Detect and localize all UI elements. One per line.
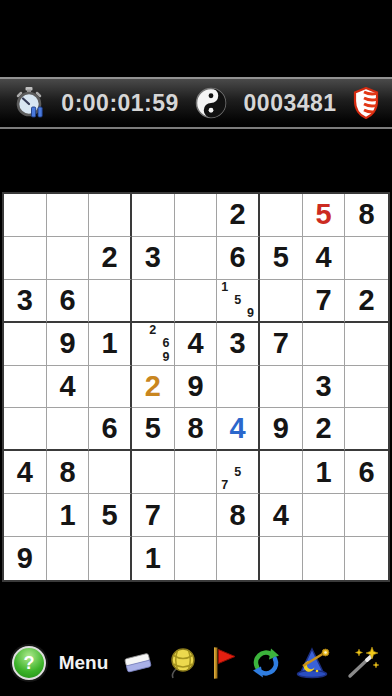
cell-r8c7[interactable]: 4 (260, 494, 303, 537)
cell-r8c4[interactable]: 7 (132, 494, 175, 537)
cell-r2c5[interactable] (175, 237, 218, 280)
cell-r7c5[interactable] (175, 451, 218, 494)
cell-r3c4[interactable] (132, 280, 175, 323)
cell-value: 6 (59, 286, 75, 315)
cell-r4c9[interactable] (345, 323, 388, 366)
cell-r1c1[interactable] (4, 194, 47, 237)
cell-r6c3[interactable]: 6 (89, 408, 132, 451)
cell-value: 2 (359, 286, 375, 315)
cell-r1c6[interactable]: 2 (217, 194, 260, 237)
cell-r9c9[interactable] (345, 537, 388, 580)
cell-r7c7[interactable] (260, 451, 303, 494)
cell-value: 4 (273, 501, 289, 530)
yin-yang-icon (195, 87, 227, 119)
cell-r4c2[interactable]: 9 (47, 323, 90, 366)
cell-r1c5[interactable] (175, 194, 218, 237)
cell-r8c8[interactable] (303, 494, 346, 537)
cell-value: 7 (145, 501, 161, 530)
cell-r8c6[interactable]: 8 (217, 494, 260, 537)
cell-r3c2[interactable]: 6 (47, 280, 90, 323)
cell-value: 1 (145, 544, 161, 573)
cell-value: 5 (145, 414, 161, 443)
cell-value: 9 (59, 329, 75, 358)
cell-r5c3[interactable] (89, 366, 132, 409)
help-button[interactable]: ? (12, 646, 46, 680)
cell-r2c7[interactable]: 5 (260, 237, 303, 280)
cell-value: 2 (102, 243, 118, 272)
cell-r1c9[interactable]: 8 (345, 194, 388, 237)
cell-value: 9 (17, 544, 33, 573)
cell-value: 3 (17, 286, 33, 315)
cell-value: 4 (17, 458, 33, 487)
flag-icon[interactable] (210, 645, 236, 681)
app-root: 0:00:01:59 0003481 (0, 0, 392, 696)
cell-r3c8[interactable]: 7 (303, 280, 346, 323)
cell-r1c7[interactable] (260, 194, 303, 237)
cell-r9c6[interactable] (217, 537, 260, 580)
cell-r6c1[interactable] (4, 408, 47, 451)
top-toolbar: 0:00:01:59 0003481 (0, 77, 392, 129)
cell-value: 3 (145, 243, 161, 272)
cell-r7c6[interactable]: 57 (217, 451, 260, 494)
pencil-marks: 269 (133, 324, 173, 364)
magic-wand-icon[interactable] (344, 646, 380, 680)
cell-r9c2[interactable] (47, 537, 90, 580)
cell-r4c4[interactable]: 269 (132, 323, 175, 366)
wizard-hat-icon[interactable] (295, 646, 331, 680)
cell-r6c6[interactable]: 4 (217, 408, 260, 451)
cell-r8c3[interactable]: 5 (89, 494, 132, 537)
cell-r8c1[interactable] (4, 494, 47, 537)
timer-value: 0:00:01:59 (61, 90, 179, 117)
cell-r2c1[interactable] (4, 237, 47, 280)
cell-r8c2[interactable]: 1 (47, 494, 90, 537)
eraser-icon[interactable] (121, 648, 155, 678)
cell-r9c7[interactable] (260, 537, 303, 580)
cell-value: 6 (102, 414, 118, 443)
stopwatch-pause-icon[interactable] (13, 86, 45, 120)
cell-r5c2[interactable]: 4 (47, 366, 90, 409)
cell-r3c6[interactable]: 159 (217, 280, 260, 323)
cell-r7c3[interactable] (89, 451, 132, 494)
cell-r2c3[interactable]: 2 (89, 237, 132, 280)
cell-r3c7[interactable] (260, 280, 303, 323)
cell-r5c6[interactable] (217, 366, 260, 409)
cell-r3c5[interactable] (175, 280, 218, 323)
cell-value: 4 (230, 414, 246, 443)
cell-r2c9[interactable] (345, 237, 388, 280)
cell-r9c3[interactable] (89, 537, 132, 580)
menu-button[interactable]: Menu (59, 652, 109, 674)
cell-r4c1[interactable] (4, 323, 47, 366)
help-button-label: ? (24, 653, 35, 674)
cell-r5c8[interactable]: 3 (303, 366, 346, 409)
cell-value: 4 (59, 372, 75, 401)
cell-value: 6 (230, 243, 246, 272)
cell-r4c8[interactable] (303, 323, 346, 366)
cell-r5c1[interactable] (4, 366, 47, 409)
cell-value: 4 (187, 329, 203, 358)
pencil-marks: 159 (218, 281, 257, 320)
cell-r1c4[interactable] (132, 194, 175, 237)
cell-value: 1 (102, 329, 118, 358)
score-value: 0003481 (244, 90, 337, 117)
cell-r9c4[interactable]: 1 (132, 537, 175, 580)
yarn-ball-icon[interactable] (167, 647, 197, 679)
cell-value: 5 (102, 501, 118, 530)
cell-r6c5[interactable]: 8 (175, 408, 218, 451)
cell-value: 8 (187, 414, 203, 443)
cell-r3c1[interactable]: 3 (4, 280, 47, 323)
cell-r6c8[interactable]: 2 (303, 408, 346, 451)
cell-value: 9 (187, 372, 203, 401)
cell-value: 1 (59, 501, 75, 530)
cell-r4c3[interactable]: 1 (89, 323, 132, 366)
cell-r5c7[interactable] (260, 366, 303, 409)
cell-r9c5[interactable] (175, 537, 218, 580)
cell-r3c3[interactable] (89, 280, 132, 323)
cell-r7c1[interactable]: 4 (4, 451, 47, 494)
cell-r2c6[interactable]: 6 (217, 237, 260, 280)
cell-r6c4[interactable]: 5 (132, 408, 175, 451)
cell-value: 7 (315, 286, 331, 315)
cell-r6c9[interactable] (345, 408, 388, 451)
cell-r4c5[interactable]: 4 (175, 323, 218, 366)
cell-r9c1[interactable]: 9 (4, 537, 47, 580)
cell-r7c9[interactable]: 6 (345, 451, 388, 494)
cell-r6c7[interactable]: 9 (260, 408, 303, 451)
pencil-marks: 57 (218, 452, 257, 492)
cell-r8c5[interactable] (175, 494, 218, 537)
cell-r4c6[interactable]: 3 (217, 323, 260, 366)
cell-r1c2[interactable] (47, 194, 90, 237)
cell-r2c4[interactable]: 3 (132, 237, 175, 280)
cell-value: 5 (315, 200, 331, 229)
cell-value: 3 (315, 372, 331, 401)
cell-value: 4 (315, 243, 331, 272)
cell-value: 3 (230, 329, 246, 358)
cell-r4c7[interactable]: 7 (260, 323, 303, 366)
cell-r7c4[interactable] (132, 451, 175, 494)
cell-r1c3[interactable] (89, 194, 132, 237)
restart-icon[interactable] (249, 646, 283, 680)
cell-value: 8 (359, 200, 375, 229)
cell-r2c2[interactable] (47, 237, 90, 280)
cell-value: 2 (230, 200, 246, 229)
shield-icon (353, 87, 379, 119)
cell-r7c8[interactable]: 1 (303, 451, 346, 494)
cell-value: 8 (230, 501, 246, 530)
cell-r6c2[interactable] (47, 408, 90, 451)
cell-r5c9[interactable] (345, 366, 388, 409)
cell-value: 9 (273, 414, 289, 443)
cell-r5c5[interactable]: 9 (175, 366, 218, 409)
cell-value: 8 (59, 458, 75, 487)
cell-r3c9[interactable]: 2 (345, 280, 388, 323)
cell-value: 7 (273, 329, 289, 358)
cell-r7c2[interactable]: 8 (47, 451, 90, 494)
cell-r9c8[interactable] (303, 537, 346, 580)
cell-value: 6 (359, 458, 375, 487)
bottom-toolbar: ? Menu (0, 630, 392, 696)
cell-value: 1 (315, 458, 331, 487)
sudoku-board: 2582365436159729126943742936584924857161… (2, 192, 390, 582)
cell-r8c9[interactable] (345, 494, 388, 537)
cell-r5c4[interactable]: 2 (132, 366, 175, 409)
cell-value: 2 (145, 372, 161, 401)
cell-r2c8[interactable]: 4 (303, 237, 346, 280)
cell-value: 2 (315, 414, 331, 443)
cell-value: 5 (273, 243, 289, 272)
cell-r1c8[interactable]: 5 (303, 194, 346, 237)
